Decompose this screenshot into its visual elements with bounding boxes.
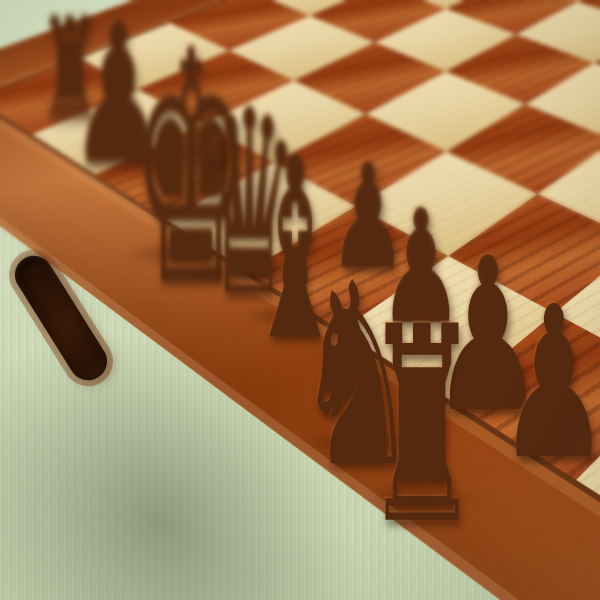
piece-pawn-h2[interactable]: ♟	[498, 300, 600, 468]
pieces-layer: ♜♟♚♛♝♟♟♟♟♞♜	[0, 0, 600, 600]
piece-rook-g2[interactable]: ♜	[364, 319, 480, 535]
chess-photo-scene: ♜♟♚♛♝♟♟♟♟♞♜	[0, 0, 600, 600]
